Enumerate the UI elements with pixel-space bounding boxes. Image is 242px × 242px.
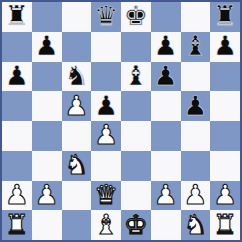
piece-black-king[interactable]: ♚ (124, 2, 148, 29)
square-h4[interactable] (210, 121, 240, 151)
square-d6[interactable] (91, 62, 121, 92)
piece-black-knight[interactable]: ♞ (64, 62, 88, 89)
square-c3[interactable]: ♞ (62, 151, 92, 181)
square-d3[interactable] (91, 151, 121, 181)
square-g2[interactable]: ♟ (181, 181, 211, 211)
square-a2[interactable]: ♟ (2, 181, 32, 211)
square-f6[interactable]: ♟ (151, 62, 181, 92)
square-h3[interactable] (210, 151, 240, 181)
square-c1[interactable] (62, 210, 92, 240)
square-e2[interactable] (121, 181, 151, 211)
square-h5[interactable] (210, 91, 240, 121)
piece-black-bishop[interactable]: ♝ (183, 32, 207, 59)
piece-black-pawn[interactable]: ♟ (5, 62, 29, 89)
square-f5[interactable] (151, 91, 181, 121)
square-h7[interactable]: ♟ (210, 32, 240, 62)
square-c8[interactable] (62, 2, 92, 32)
piece-black-bishop[interactable]: ♝ (124, 62, 148, 89)
piece-black-rook[interactable]: ♜ (5, 2, 29, 29)
piece-white-pawn[interactable]: ♟ (183, 181, 207, 208)
square-f2[interactable]: ♟ (151, 181, 181, 211)
square-f8[interactable] (151, 2, 181, 32)
square-h1[interactable]: ♜ (210, 210, 240, 240)
square-g3[interactable] (181, 151, 211, 181)
piece-black-pawn[interactable]: ♟ (94, 92, 118, 119)
square-b2[interactable]: ♟ (32, 181, 62, 211)
square-g8[interactable] (181, 2, 211, 32)
square-a1[interactable]: ♜ (2, 210, 32, 240)
square-g5[interactable]: ♟ (181, 91, 211, 121)
piece-white-pawn[interactable]: ♟ (5, 181, 29, 208)
square-e1[interactable]: ♚ (121, 210, 151, 240)
square-g1[interactable]: ♞ (181, 210, 211, 240)
square-e6[interactable]: ♝ (121, 62, 151, 92)
square-g6[interactable] (181, 62, 211, 92)
square-b6[interactable] (32, 62, 62, 92)
square-c2[interactable] (62, 181, 92, 211)
square-b5[interactable] (32, 91, 62, 121)
square-c6[interactable]: ♞ (62, 62, 92, 92)
square-a6[interactable]: ♟ (2, 62, 32, 92)
square-b4[interactable] (32, 121, 62, 151)
square-c7[interactable] (62, 32, 92, 62)
square-d4[interactable]: ♟ (91, 121, 121, 151)
piece-white-pawn[interactable]: ♟ (154, 181, 178, 208)
piece-white-knight[interactable]: ♞ (64, 151, 88, 178)
square-d7[interactable] (91, 32, 121, 62)
chess-board-container: ♜♛♚♜♟♟♝♟♟♞♝♟♟♟♟♟♞♟♟♛♟♟♟♜♝♚♞♜ (0, 0, 242, 242)
piece-white-pawn[interactable]: ♟ (94, 121, 118, 148)
piece-white-pawn[interactable]: ♟ (213, 181, 237, 208)
square-h2[interactable]: ♟ (210, 181, 240, 211)
square-h6[interactable] (210, 62, 240, 92)
square-a7[interactable] (2, 32, 32, 62)
piece-white-bishop[interactable]: ♝ (94, 211, 118, 238)
piece-white-queen[interactable]: ♛ (94, 181, 118, 208)
chess-board: ♜♛♚♜♟♟♝♟♟♞♝♟♟♟♟♟♞♟♟♛♟♟♟♜♝♚♞♜ (0, 0, 242, 242)
square-e7[interactable] (121, 32, 151, 62)
square-b7[interactable]: ♟ (32, 32, 62, 62)
piece-black-pawn[interactable]: ♟ (213, 32, 237, 59)
piece-black-pawn[interactable]: ♟ (154, 32, 178, 59)
square-d8[interactable]: ♛ (91, 2, 121, 32)
piece-white-king[interactable]: ♚ (124, 211, 148, 238)
square-g4[interactable] (181, 121, 211, 151)
square-e4[interactable] (121, 121, 151, 151)
piece-white-pawn[interactable]: ♟ (64, 92, 88, 119)
square-f7[interactable]: ♟ (151, 32, 181, 62)
square-c4[interactable] (62, 121, 92, 151)
square-e3[interactable] (121, 151, 151, 181)
square-b1[interactable] (32, 210, 62, 240)
square-b8[interactable] (32, 2, 62, 32)
square-f3[interactable] (151, 151, 181, 181)
square-a8[interactable]: ♜ (2, 2, 32, 32)
piece-black-pawn[interactable]: ♟ (35, 32, 59, 59)
square-d5[interactable]: ♟ (91, 91, 121, 121)
square-d1[interactable]: ♝ (91, 210, 121, 240)
piece-white-knight[interactable]: ♞ (183, 211, 207, 238)
square-h8[interactable]: ♜ (210, 2, 240, 32)
square-e8[interactable]: ♚ (121, 2, 151, 32)
piece-white-pawn[interactable]: ♟ (35, 181, 59, 208)
piece-white-rook[interactable]: ♜ (5, 211, 29, 238)
piece-black-queen[interactable]: ♛ (94, 2, 118, 29)
square-e5[interactable] (121, 91, 151, 121)
square-c5[interactable]: ♟ (62, 91, 92, 121)
square-a5[interactable] (2, 91, 32, 121)
piece-white-rook[interactable]: ♜ (213, 211, 237, 238)
square-a4[interactable] (2, 121, 32, 151)
piece-black-pawn[interactable]: ♟ (154, 62, 178, 89)
square-g7[interactable]: ♝ (181, 32, 211, 62)
piece-black-pawn[interactable]: ♟ (183, 92, 207, 119)
piece-black-rook[interactable]: ♜ (213, 2, 237, 29)
square-a3[interactable] (2, 151, 32, 181)
square-f4[interactable] (151, 121, 181, 151)
square-b3[interactable] (32, 151, 62, 181)
square-d2[interactable]: ♛ (91, 181, 121, 211)
square-f1[interactable] (151, 210, 181, 240)
